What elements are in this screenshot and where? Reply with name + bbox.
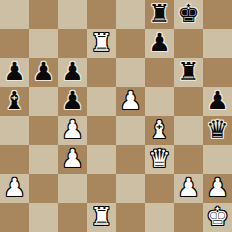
square-b5[interactable]: [29, 87, 58, 116]
square-c8[interactable]: [58, 0, 87, 29]
square-a6[interactable]: ♟: [0, 58, 29, 87]
piece-black-pawn: ♟: [206, 88, 228, 113]
square-a2[interactable]: ♟: [0, 174, 29, 203]
piece-white-bishop: ♝: [148, 117, 170, 142]
square-f3[interactable]: ♛: [145, 145, 174, 174]
square-d1[interactable]: ♜: [87, 203, 116, 232]
square-g6[interactable]: ♜: [174, 58, 203, 87]
square-d5[interactable]: [87, 87, 116, 116]
square-f7[interactable]: ♟: [145, 29, 174, 58]
square-h3[interactable]: [203, 145, 232, 174]
square-g3[interactable]: [174, 145, 203, 174]
square-h6[interactable]: [203, 58, 232, 87]
piece-black-rook: ♜: [177, 59, 199, 84]
square-g8[interactable]: ♚: [174, 0, 203, 29]
square-f2[interactable]: [145, 174, 174, 203]
piece-black-queen: ♛: [206, 117, 228, 142]
square-h2[interactable]: ♟: [203, 174, 232, 203]
square-b3[interactable]: [29, 145, 58, 174]
piece-white-pawn: ♟: [119, 88, 141, 113]
square-a7[interactable]: [0, 29, 29, 58]
square-g2[interactable]: ♟: [174, 174, 203, 203]
square-g4[interactable]: [174, 116, 203, 145]
square-e4[interactable]: [116, 116, 145, 145]
square-d2[interactable]: [87, 174, 116, 203]
square-b4[interactable]: [29, 116, 58, 145]
square-a4[interactable]: [0, 116, 29, 145]
square-h1[interactable]: ♚: [203, 203, 232, 232]
piece-white-pawn: ♟: [3, 175, 25, 200]
piece-black-rook: ♜: [148, 1, 170, 26]
piece-black-pawn: ♟: [61, 59, 83, 84]
square-h7[interactable]: [203, 29, 232, 58]
square-d3[interactable]: [87, 145, 116, 174]
square-c4[interactable]: ♟: [58, 116, 87, 145]
square-a3[interactable]: [0, 145, 29, 174]
square-a8[interactable]: [0, 0, 29, 29]
square-e7[interactable]: [116, 29, 145, 58]
square-e5[interactable]: ♟: [116, 87, 145, 116]
piece-white-pawn: ♟: [61, 117, 83, 142]
square-f6[interactable]: [145, 58, 174, 87]
piece-black-pawn: ♟: [148, 30, 170, 55]
square-g7[interactable]: [174, 29, 203, 58]
square-d8[interactable]: [87, 0, 116, 29]
square-c5[interactable]: ♟: [58, 87, 87, 116]
square-d6[interactable]: [87, 58, 116, 87]
square-b8[interactable]: [29, 0, 58, 29]
square-d7[interactable]: ♜: [87, 29, 116, 58]
piece-white-king: ♚: [206, 204, 228, 229]
square-g5[interactable]: [174, 87, 203, 116]
square-a1[interactable]: [0, 203, 29, 232]
square-h5[interactable]: ♟: [203, 87, 232, 116]
piece-white-pawn: ♟: [61, 146, 83, 171]
square-f1[interactable]: [145, 203, 174, 232]
square-f8[interactable]: ♜: [145, 0, 174, 29]
square-e6[interactable]: [116, 58, 145, 87]
square-h4[interactable]: ♛: [203, 116, 232, 145]
square-b7[interactable]: [29, 29, 58, 58]
square-h8[interactable]: [203, 0, 232, 29]
square-c3[interactable]: ♟: [58, 145, 87, 174]
piece-white-pawn: ♟: [177, 175, 199, 200]
square-e1[interactable]: [116, 203, 145, 232]
square-b6[interactable]: ♟: [29, 58, 58, 87]
square-c6[interactable]: ♟: [58, 58, 87, 87]
square-g1[interactable]: [174, 203, 203, 232]
square-e2[interactable]: [116, 174, 145, 203]
chess-board: ♜♚♜♟♟♟♟♜♝♟♟♟♟♝♛♟♛♟♟♟♜♚: [0, 0, 232, 232]
square-c1[interactable]: [58, 203, 87, 232]
piece-black-pawn: ♟: [3, 59, 25, 84]
piece-white-rook: ♜: [90, 204, 112, 229]
square-a5[interactable]: ♝: [0, 87, 29, 116]
square-e3[interactable]: [116, 145, 145, 174]
square-f4[interactable]: ♝: [145, 116, 174, 145]
piece-white-queen: ♛: [148, 146, 170, 171]
piece-white-rook: ♜: [90, 30, 112, 55]
piece-black-pawn: ♟: [32, 59, 54, 84]
square-b2[interactable]: [29, 174, 58, 203]
square-b1[interactable]: [29, 203, 58, 232]
piece-white-pawn: ♟: [206, 175, 228, 200]
square-c2[interactable]: [58, 174, 87, 203]
square-c7[interactable]: [58, 29, 87, 58]
square-e8[interactable]: [116, 0, 145, 29]
square-d4[interactable]: [87, 116, 116, 145]
piece-black-king: ♚: [177, 1, 199, 26]
square-f5[interactable]: [145, 87, 174, 116]
piece-black-pawn: ♟: [61, 88, 83, 113]
piece-black-bishop: ♝: [3, 88, 25, 113]
